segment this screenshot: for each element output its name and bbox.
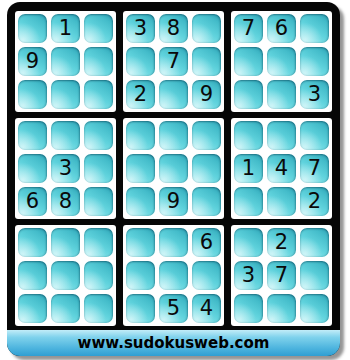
- cell-r7c9[interactable]: [300, 228, 329, 257]
- cell-r9c3[interactable]: [84, 294, 113, 323]
- cell-r5c7[interactable]: 1: [234, 154, 263, 183]
- cell-r4c3[interactable]: [84, 121, 113, 150]
- sudoku-frame: 193872976336891472654237 www.sudokusweb.…: [7, 2, 340, 356]
- cell-r6c1[interactable]: 6: [18, 187, 47, 216]
- box-1: 19: [15, 11, 116, 112]
- cell-r6c3[interactable]: [84, 187, 113, 216]
- cell-r7c7[interactable]: [234, 228, 263, 257]
- cell-r9c1[interactable]: [18, 294, 47, 323]
- cell-r3c7[interactable]: [234, 80, 263, 109]
- cell-r2c2[interactable]: [51, 47, 80, 76]
- box-2: 38729: [123, 11, 224, 112]
- cell-r5c9[interactable]: 7: [300, 154, 329, 183]
- cell-r5c1[interactable]: [18, 154, 47, 183]
- cell-r8c3[interactable]: [84, 261, 113, 290]
- cell-r5c3[interactable]: [84, 154, 113, 183]
- cell-r5c5[interactable]: [159, 154, 188, 183]
- cell-r1c2[interactable]: 1: [51, 14, 80, 43]
- cell-r4c1[interactable]: [18, 121, 47, 150]
- cell-r7c6[interactable]: 6: [192, 228, 221, 257]
- cell-r4c8[interactable]: [267, 121, 296, 150]
- cell-r5c8[interactable]: 4: [267, 154, 296, 183]
- box-cells: 1472: [234, 121, 329, 216]
- box-7: [15, 225, 116, 326]
- box-cells: 38729: [126, 14, 221, 109]
- cell-r2c5[interactable]: 7: [159, 47, 188, 76]
- cell-r4c6[interactable]: [192, 121, 221, 150]
- box-cells: 654: [126, 228, 221, 323]
- cell-r1c5[interactable]: 8: [159, 14, 188, 43]
- box-cells: 19: [18, 14, 113, 109]
- cell-r6c5[interactable]: 9: [159, 187, 188, 216]
- cell-r5c2[interactable]: 3: [51, 154, 80, 183]
- box-9: 237: [231, 225, 332, 326]
- box-cells: 763: [234, 14, 329, 109]
- box-8: 654: [123, 225, 224, 326]
- cell-r9c5[interactable]: 5: [159, 294, 188, 323]
- cell-r7c1[interactable]: [18, 228, 47, 257]
- cell-r2c9[interactable]: [300, 47, 329, 76]
- cell-r2c1[interactable]: 9: [18, 47, 47, 76]
- cell-r3c6[interactable]: 9: [192, 80, 221, 109]
- cell-r1c8[interactable]: 6: [267, 14, 296, 43]
- cell-r9c4[interactable]: [126, 294, 155, 323]
- box-cells: 368: [18, 121, 113, 216]
- cell-r3c9[interactable]: 3: [300, 80, 329, 109]
- cell-r3c4[interactable]: 2: [126, 80, 155, 109]
- cell-r8c5[interactable]: [159, 261, 188, 290]
- cell-r7c4[interactable]: [126, 228, 155, 257]
- box-6: 1472: [231, 118, 332, 219]
- cell-r4c5[interactable]: [159, 121, 188, 150]
- cell-r2c6[interactable]: [192, 47, 221, 76]
- cell-r1c4[interactable]: 3: [126, 14, 155, 43]
- cell-r1c3[interactable]: [84, 14, 113, 43]
- cell-r3c8[interactable]: [267, 80, 296, 109]
- cell-r8c4[interactable]: [126, 261, 155, 290]
- cell-r6c8[interactable]: [267, 187, 296, 216]
- box-cells: 9: [126, 121, 221, 216]
- cell-r5c4[interactable]: [126, 154, 155, 183]
- cell-r5c6[interactable]: [192, 154, 221, 183]
- cell-r6c6[interactable]: [192, 187, 221, 216]
- cell-r7c8[interactable]: 2: [267, 228, 296, 257]
- cell-r8c1[interactable]: [18, 261, 47, 290]
- footer-band: www.sudokusweb.com: [7, 330, 340, 356]
- cell-r9c2[interactable]: [51, 294, 80, 323]
- cell-r8c8[interactable]: 7: [267, 261, 296, 290]
- cell-r2c7[interactable]: [234, 47, 263, 76]
- cell-r6c2[interactable]: 8: [51, 187, 80, 216]
- box-5: 9: [123, 118, 224, 219]
- cell-r4c2[interactable]: [51, 121, 80, 150]
- cell-r1c7[interactable]: 7: [234, 14, 263, 43]
- cell-r9c8[interactable]: [267, 294, 296, 323]
- cell-r3c3[interactable]: [84, 80, 113, 109]
- cell-r1c6[interactable]: [192, 14, 221, 43]
- box-cells: [18, 228, 113, 323]
- cell-r2c3[interactable]: [84, 47, 113, 76]
- cell-r4c9[interactable]: [300, 121, 329, 150]
- cell-r6c9[interactable]: 2: [300, 187, 329, 216]
- cell-r7c2[interactable]: [51, 228, 80, 257]
- cell-r8c7[interactable]: 3: [234, 261, 263, 290]
- site-url[interactable]: www.sudokusweb.com: [78, 334, 270, 352]
- cell-r8c2[interactable]: [51, 261, 80, 290]
- cell-r7c5[interactable]: [159, 228, 188, 257]
- cell-r9c6[interactable]: 4: [192, 294, 221, 323]
- cell-r1c9[interactable]: [300, 14, 329, 43]
- cell-r6c4[interactable]: [126, 187, 155, 216]
- cell-r9c9[interactable]: [300, 294, 329, 323]
- cell-r6c7[interactable]: [234, 187, 263, 216]
- cell-r2c8[interactable]: [267, 47, 296, 76]
- box-3: 763: [231, 11, 332, 112]
- box-4: 368: [15, 118, 116, 219]
- cell-r1c1[interactable]: [18, 14, 47, 43]
- cell-r8c6[interactable]: [192, 261, 221, 290]
- sudoku-board: 193872976336891472654237: [15, 11, 332, 326]
- cell-r7c3[interactable]: [84, 228, 113, 257]
- box-cells: 237: [234, 228, 329, 323]
- cell-r8c9[interactable]: [300, 261, 329, 290]
- cell-r9c7[interactable]: [234, 294, 263, 323]
- cell-r2c4[interactable]: [126, 47, 155, 76]
- cell-r3c1[interactable]: [18, 80, 47, 109]
- cell-r4c4[interactable]: [126, 121, 155, 150]
- cell-r4c7[interactable]: [234, 121, 263, 150]
- cell-r3c5[interactable]: [159, 80, 188, 109]
- cell-r3c2[interactable]: [51, 80, 80, 109]
